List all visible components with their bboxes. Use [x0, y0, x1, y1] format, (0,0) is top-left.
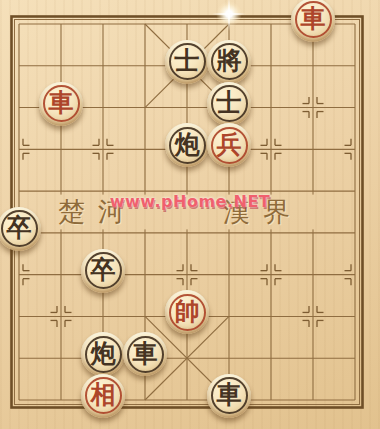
piece-red-soldier[interactable]: 兵: [207, 123, 251, 167]
point-e3[interactable]: 炮: [166, 128, 208, 170]
xiangqi-board: 楚河楚河漢界漢界 車士將車士炮兵卒卒帥炮車相車 www.pHome.NET: [0, 0, 380, 429]
point-d8[interactable]: 車: [124, 337, 166, 379]
piece-character: 帥: [175, 299, 200, 324]
point-h5[interactable]: [292, 212, 334, 254]
piece-character: 卒: [7, 215, 32, 240]
point-h4[interactable]: [292, 170, 334, 212]
point-c6[interactable]: 卒: [82, 254, 124, 296]
point-f9[interactable]: 車: [208, 379, 250, 421]
point-b7[interactable]: [40, 295, 82, 337]
point-a4[interactable]: [0, 170, 40, 212]
point-g0[interactable]: [250, 3, 292, 45]
point-a6[interactable]: [0, 254, 40, 296]
piece-black-advisor[interactable]: 士: [165, 40, 209, 84]
point-c9[interactable]: 相: [82, 379, 124, 421]
piece-black-soldier[interactable]: 卒: [0, 207, 41, 251]
point-i5[interactable]: [334, 212, 376, 254]
piece-character: 車: [133, 341, 158, 366]
piece-character: 相: [91, 382, 116, 407]
point-e0[interactable]: [166, 3, 208, 45]
point-g4[interactable]: [250, 170, 292, 212]
point-f5[interactable]: [208, 212, 250, 254]
point-f4[interactable]: [208, 170, 250, 212]
point-f2[interactable]: 士: [208, 87, 250, 129]
point-f1[interactable]: 將: [208, 45, 250, 87]
piece-character: 炮: [91, 341, 116, 366]
point-i9[interactable]: [334, 379, 376, 421]
piece-red-elephant[interactable]: 相: [81, 374, 125, 418]
point-f6[interactable]: [208, 254, 250, 296]
piece-character: 炮: [175, 132, 200, 157]
point-e2[interactable]: [166, 87, 208, 129]
point-i7[interactable]: [334, 295, 376, 337]
point-c8[interactable]: 炮: [82, 337, 124, 379]
point-g6[interactable]: [250, 254, 292, 296]
point-i3[interactable]: [334, 128, 376, 170]
point-a7[interactable]: [0, 295, 40, 337]
point-e6[interactable]: [166, 254, 208, 296]
point-c0[interactable]: [82, 3, 124, 45]
point-i4[interactable]: [334, 170, 376, 212]
point-d2[interactable]: [124, 87, 166, 129]
point-c2[interactable]: [82, 87, 124, 129]
piece-character: 士: [217, 90, 242, 115]
point-c5[interactable]: [82, 212, 124, 254]
piece-character: 兵: [217, 132, 242, 157]
point-i0[interactable]: [334, 3, 376, 45]
point-h9[interactable]: [292, 379, 334, 421]
point-g9[interactable]: [250, 379, 292, 421]
point-e4[interactable]: [166, 170, 208, 212]
piece-black-cannon[interactable]: 炮: [81, 332, 125, 376]
point-i1[interactable]: [334, 45, 376, 87]
piece-character: 車: [301, 6, 326, 31]
piece-character: 士: [175, 48, 200, 73]
piece-character: 卒: [91, 257, 116, 282]
point-h8[interactable]: [292, 337, 334, 379]
point-g3[interactable]: [250, 128, 292, 170]
point-i8[interactable]: [334, 337, 376, 379]
point-h2[interactable]: [292, 87, 334, 129]
point-b1[interactable]: [40, 45, 82, 87]
point-d7[interactable]: [124, 295, 166, 337]
point-g8[interactable]: [250, 337, 292, 379]
point-c4[interactable]: [82, 170, 124, 212]
point-a1[interactable]: [0, 45, 40, 87]
point-b6[interactable]: [40, 254, 82, 296]
point-e7[interactable]: 帥: [166, 295, 208, 337]
point-g5[interactable]: [250, 212, 292, 254]
point-a5[interactable]: 卒: [0, 212, 40, 254]
piece-black-advisor[interactable]: 士: [207, 82, 251, 126]
point-a0[interactable]: [0, 3, 40, 45]
point-h7[interactable]: [292, 295, 334, 337]
point-a9[interactable]: [0, 379, 40, 421]
point-b3[interactable]: [40, 128, 82, 170]
piece-black-chariot[interactable]: 車: [123, 332, 167, 376]
point-a2[interactable]: [0, 87, 40, 129]
point-g1[interactable]: [250, 45, 292, 87]
point-h1[interactable]: [292, 45, 334, 87]
point-d4[interactable]: [124, 170, 166, 212]
point-d9[interactable]: [124, 379, 166, 421]
point-e9[interactable]: [166, 379, 208, 421]
point-b4[interactable]: [40, 170, 82, 212]
point-h6[interactable]: [292, 254, 334, 296]
point-c3[interactable]: [82, 128, 124, 170]
point-h0[interactable]: 車: [292, 3, 334, 45]
point-c7[interactable]: [82, 295, 124, 337]
board-points-grid: 車士將車士炮兵卒卒帥炮車相車: [0, 3, 376, 421]
point-f7[interactable]: [208, 295, 250, 337]
point-d6[interactable]: [124, 254, 166, 296]
point-i6[interactable]: [334, 254, 376, 296]
point-d0[interactable]: [124, 3, 166, 45]
point-g7[interactable]: [250, 295, 292, 337]
piece-character: 車: [49, 90, 74, 115]
point-f8[interactable]: [208, 337, 250, 379]
point-c1[interactable]: [82, 45, 124, 87]
point-f0[interactable]: [208, 3, 250, 45]
point-b8[interactable]: [40, 337, 82, 379]
point-b0[interactable]: [40, 3, 82, 45]
point-h3[interactable]: [292, 128, 334, 170]
point-b9[interactable]: [40, 379, 82, 421]
piece-black-chariot[interactable]: 車: [207, 374, 251, 418]
point-a8[interactable]: [0, 337, 40, 379]
piece-black-general[interactable]: 將: [207, 40, 251, 84]
point-a3[interactable]: [0, 128, 40, 170]
point-i2[interactable]: [334, 87, 376, 129]
point-b2[interactable]: 車: [40, 87, 82, 129]
piece-red-chariot[interactable]: 車: [39, 82, 83, 126]
point-d3[interactable]: [124, 128, 166, 170]
point-b5[interactable]: [40, 212, 82, 254]
piece-black-soldier[interactable]: 卒: [81, 249, 125, 293]
point-g2[interactable]: [250, 87, 292, 129]
point-e5[interactable]: [166, 212, 208, 254]
piece-character: 車: [217, 382, 242, 407]
piece-red-chariot[interactable]: 車: [291, 0, 335, 42]
point-d5[interactable]: [124, 212, 166, 254]
point-f3[interactable]: 兵: [208, 128, 250, 170]
point-d1[interactable]: [124, 45, 166, 87]
piece-character: 將: [217, 48, 242, 73]
point-e8[interactable]: [166, 337, 208, 379]
piece-black-cannon[interactable]: 炮: [165, 123, 209, 167]
piece-red-general[interactable]: 帥: [165, 290, 209, 334]
point-e1[interactable]: 士: [166, 45, 208, 87]
